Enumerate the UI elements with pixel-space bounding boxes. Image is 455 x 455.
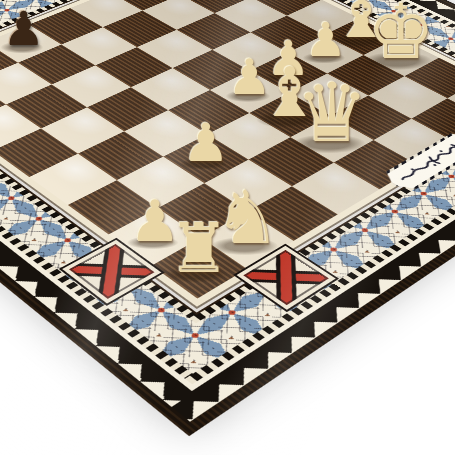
piece-white-pawn[interactable]: ♟ xyxy=(182,117,229,170)
piece-white-rook[interactable]: ♜ xyxy=(169,214,230,283)
piece-white-king[interactable]: ♚ xyxy=(367,0,435,70)
pieces-layer: ♜♞♟♛♟♝♚♟♟♟♝♟ xyxy=(0,0,455,455)
piece-black-pawn[interactable]: ♟ xyxy=(3,6,45,53)
photo-background: ♜♞♟♛♟♝♚♟♟♟♝♟ xyxy=(0,0,455,455)
piece-white-queen[interactable]: ♛ xyxy=(296,72,369,153)
